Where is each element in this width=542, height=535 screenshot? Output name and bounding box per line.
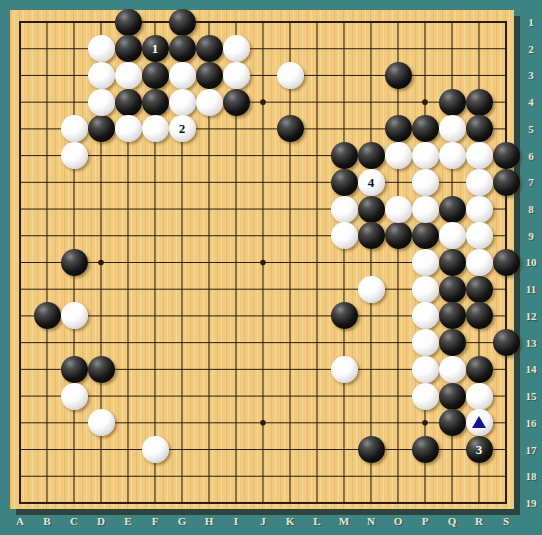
stone-black-P5[interactable]: [412, 115, 439, 142]
stone-white-Q5[interactable]: [439, 115, 466, 142]
row-label-6: 6: [528, 150, 534, 162]
stone-white-M8[interactable]: [331, 196, 358, 223]
star-point-J16: [260, 420, 266, 426]
column-label-S: S: [503, 515, 509, 527]
stone-black-H3[interactable]: [196, 62, 223, 89]
stone-white-F5[interactable]: [142, 115, 169, 142]
stone-black-N17[interactable]: [358, 436, 385, 463]
stone-white-C5[interactable]: [61, 115, 88, 142]
stone-black-R14[interactable]: [466, 356, 493, 383]
stone-black-R5[interactable]: [466, 115, 493, 142]
stone-black-R17[interactable]: 3: [466, 436, 493, 463]
stone-black-P17[interactable]: [412, 436, 439, 463]
stone-black-P9[interactable]: [412, 222, 439, 249]
stone-white-R10[interactable]: [466, 249, 493, 276]
stone-black-Q13[interactable]: [439, 329, 466, 356]
stone-white-F17[interactable]: [142, 436, 169, 463]
stone-black-M12[interactable]: [331, 302, 358, 329]
stone-black-F2[interactable]: 1: [142, 35, 169, 62]
stone-black-F3[interactable]: [142, 62, 169, 89]
stone-white-O6[interactable]: [385, 142, 412, 169]
column-label-R: R: [475, 515, 483, 527]
stone-white-P13[interactable]: [412, 329, 439, 356]
star-point-J4: [260, 99, 266, 105]
column-label-L: L: [313, 515, 320, 527]
stone-white-R7[interactable]: [466, 169, 493, 196]
column-label-N: N: [367, 515, 375, 527]
column-label-H: H: [205, 515, 214, 527]
stone-white-R9[interactable]: [466, 222, 493, 249]
stone-white-P6[interactable]: [412, 142, 439, 169]
stone-white-R8[interactable]: [466, 196, 493, 223]
stone-black-Q8[interactable]: [439, 196, 466, 223]
stone-white-N7[interactable]: 4: [358, 169, 385, 196]
stone-white-H4[interactable]: [196, 89, 223, 116]
row-label-1: 1: [528, 16, 534, 28]
stone-white-M9[interactable]: [331, 222, 358, 249]
stone-black-R11[interactable]: [466, 276, 493, 303]
stone-white-P7[interactable]: [412, 169, 439, 196]
row-label-13: 13: [526, 337, 537, 349]
stone-black-G1[interactable]: [169, 9, 196, 36]
stone-black-H2[interactable]: [196, 35, 223, 62]
row-label-15: 15: [526, 390, 537, 402]
go-game-screenshot: 1324 ABCDEFGHIJKLMNOPQRS 123456789101112…: [0, 0, 542, 535]
stone-black-S7[interactable]: [493, 169, 520, 196]
row-label-14: 14: [526, 363, 537, 375]
row-label-16: 16: [526, 417, 537, 429]
stone-black-S6[interactable]: [493, 142, 520, 169]
stone-white-Q14[interactable]: [439, 356, 466, 383]
goban[interactable]: 1324: [10, 10, 514, 509]
stone-black-Q15[interactable]: [439, 383, 466, 410]
star-point-P16: [422, 420, 428, 426]
stone-black-S10[interactable]: [493, 249, 520, 276]
stone-black-N8[interactable]: [358, 196, 385, 223]
stone-black-O9[interactable]: [385, 222, 412, 249]
triangle-marker-icon: [472, 416, 486, 428]
stone-white-C12[interactable]: [61, 302, 88, 329]
stone-black-D14[interactable]: [88, 356, 115, 383]
stone-black-N9[interactable]: [358, 222, 385, 249]
star-point-J10: [260, 260, 266, 266]
stone-black-O5[interactable]: [385, 115, 412, 142]
stone-white-I3[interactable]: [223, 62, 250, 89]
stone-white-O8[interactable]: [385, 196, 412, 223]
row-label-10: 10: [526, 256, 537, 268]
stone-white-G4[interactable]: [169, 89, 196, 116]
column-label-J: J: [260, 515, 266, 527]
stone-white-D4[interactable]: [88, 89, 115, 116]
row-label-7: 7: [528, 176, 534, 188]
stone-white-K3[interactable]: [277, 62, 304, 89]
column-label-Q: Q: [448, 515, 457, 527]
row-label-8: 8: [528, 203, 534, 215]
stone-white-P10[interactable]: [412, 249, 439, 276]
row-label-2: 2: [528, 43, 534, 55]
stone-white-I2[interactable]: [223, 35, 250, 62]
column-label-I: I: [234, 515, 238, 527]
column-label-A: A: [16, 515, 24, 527]
stone-black-Q10[interactable]: [439, 249, 466, 276]
stone-white-M14[interactable]: [331, 356, 358, 383]
stone-white-Q6[interactable]: [439, 142, 466, 169]
row-label-9: 9: [528, 230, 534, 242]
stone-white-C6[interactable]: [61, 142, 88, 169]
stone-white-Q9[interactable]: [439, 222, 466, 249]
stone-white-E3[interactable]: [115, 62, 142, 89]
row-label-19: 19: [526, 497, 537, 509]
row-label-3: 3: [528, 69, 534, 81]
stone-black-E2[interactable]: [115, 35, 142, 62]
stone-black-R4[interactable]: [466, 89, 493, 116]
column-label-B: B: [43, 515, 50, 527]
stone-black-Q11[interactable]: [439, 276, 466, 303]
star-point-D10: [98, 260, 104, 266]
row-label-17: 17: [526, 444, 537, 456]
column-label-O: O: [394, 515, 403, 527]
column-label-K: K: [286, 515, 295, 527]
stone-black-K5[interactable]: [277, 115, 304, 142]
stone-black-D5[interactable]: [88, 115, 115, 142]
stone-white-C15[interactable]: [61, 383, 88, 410]
column-label-F: F: [152, 515, 159, 527]
stone-white-G5[interactable]: 2: [169, 115, 196, 142]
stone-black-C14[interactable]: [61, 356, 88, 383]
stone-white-G3[interactable]: [169, 62, 196, 89]
stone-black-E1[interactable]: [115, 9, 142, 36]
stone-black-Q12[interactable]: [439, 302, 466, 329]
stone-black-S13[interactable]: [493, 329, 520, 356]
stone-white-D16[interactable]: [88, 409, 115, 436]
column-label-G: G: [178, 515, 187, 527]
move-number-label: 4: [368, 176, 375, 189]
stone-black-G2[interactable]: [169, 35, 196, 62]
column-label-D: D: [97, 515, 105, 527]
stone-white-P8[interactable]: [412, 196, 439, 223]
stone-black-Q16[interactable]: [439, 409, 466, 436]
column-label-C: C: [70, 515, 78, 527]
stone-white-R15[interactable]: [466, 383, 493, 410]
stone-black-B12[interactable]: [34, 302, 61, 329]
stone-black-I4[interactable]: [223, 89, 250, 116]
stone-black-F4[interactable]: [142, 89, 169, 116]
column-label-E: E: [124, 515, 131, 527]
row-label-5: 5: [528, 123, 534, 135]
move-number-label: 2: [179, 122, 186, 135]
stone-white-N11[interactable]: [358, 276, 385, 303]
stone-black-M7[interactable]: [331, 169, 358, 196]
stone-black-O3[interactable]: [385, 62, 412, 89]
star-point-P4: [422, 99, 428, 105]
stone-white-R6[interactable]: [466, 142, 493, 169]
stone-white-E5[interactable]: [115, 115, 142, 142]
row-label-12: 12: [526, 310, 537, 322]
column-label-M: M: [339, 515, 349, 527]
row-label-11: 11: [526, 283, 536, 295]
move-number-label: 1: [152, 42, 159, 55]
move-number-label: 3: [476, 443, 483, 456]
stone-white-R16[interactable]: [466, 409, 493, 436]
stone-black-E4[interactable]: [115, 89, 142, 116]
stone-white-P12[interactable]: [412, 302, 439, 329]
row-label-18: 18: [526, 470, 537, 482]
stone-white-P15[interactable]: [412, 383, 439, 410]
row-label-4: 4: [528, 96, 534, 108]
stone-black-N6[interactable]: [358, 142, 385, 169]
stone-white-D2[interactable]: [88, 35, 115, 62]
stone-white-D3[interactable]: [88, 62, 115, 89]
stone-black-C10[interactable]: [61, 249, 88, 276]
stone-black-Q4[interactable]: [439, 89, 466, 116]
column-label-P: P: [422, 515, 429, 527]
stone-black-M6[interactable]: [331, 142, 358, 169]
stone-white-P11[interactable]: [412, 276, 439, 303]
stone-black-R12[interactable]: [466, 302, 493, 329]
stone-white-P14[interactable]: [412, 356, 439, 383]
